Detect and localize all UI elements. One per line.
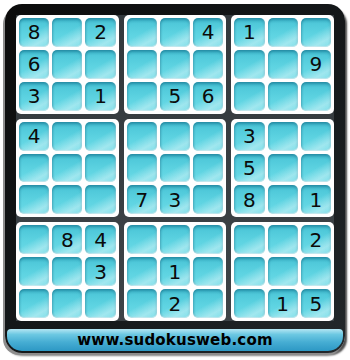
cell-r2c6[interactable] bbox=[193, 50, 223, 79]
box-2-2: 73 bbox=[124, 119, 227, 218]
sudoku-board-frame: 8263145619473358184312215 www.sudokusweb… bbox=[5, 4, 345, 353]
cell-r7c3[interactable]: 4 bbox=[85, 225, 115, 254]
box-1-3: 19 bbox=[231, 15, 334, 114]
cell-r5c4[interactable] bbox=[127, 154, 157, 183]
cell-r7c4[interactable] bbox=[127, 225, 157, 254]
cell-r4c8[interactable] bbox=[268, 122, 298, 151]
box-1-1: 82631 bbox=[16, 15, 119, 114]
box-1-2: 456 bbox=[124, 15, 227, 114]
cell-r7c7[interactable] bbox=[234, 225, 264, 254]
cell-r4c9[interactable] bbox=[301, 122, 331, 151]
cell-r6c5[interactable]: 3 bbox=[160, 185, 190, 214]
cell-r7c1[interactable] bbox=[19, 225, 49, 254]
website-url: www.sudokusweb.com bbox=[77, 331, 272, 349]
cell-r3c6[interactable]: 6 bbox=[193, 82, 223, 111]
cell-r9c8[interactable]: 1 bbox=[268, 289, 298, 318]
cell-r2c9[interactable]: 9 bbox=[301, 50, 331, 79]
cell-r5c9[interactable] bbox=[301, 154, 331, 183]
cell-r1c5[interactable] bbox=[160, 18, 190, 47]
cell-r4c1[interactable]: 4 bbox=[19, 122, 49, 151]
cell-r9c5[interactable]: 2 bbox=[160, 289, 190, 318]
cell-r2c8[interactable] bbox=[268, 50, 298, 79]
cell-r2c5[interactable] bbox=[160, 50, 190, 79]
cell-r4c7[interactable]: 3 bbox=[234, 122, 264, 151]
cell-r1c2[interactable] bbox=[52, 18, 82, 47]
box-2-3: 3581 bbox=[231, 119, 334, 218]
cell-r3c7[interactable] bbox=[234, 82, 264, 111]
cell-r3c3[interactable]: 1 bbox=[85, 82, 115, 111]
cell-r5c6[interactable] bbox=[193, 154, 223, 183]
footer-bar: www.sudokusweb.com bbox=[7, 329, 343, 351]
cell-r5c1[interactable] bbox=[19, 154, 49, 183]
cell-r9c1[interactable] bbox=[19, 289, 49, 318]
cell-r2c2[interactable] bbox=[52, 50, 82, 79]
cell-r7c8[interactable] bbox=[268, 225, 298, 254]
sudoku-page: 8263145619473358184312215 www.sudokusweb… bbox=[0, 0, 350, 360]
box-2-1: 4 bbox=[16, 119, 119, 218]
cell-r7c6[interactable] bbox=[193, 225, 223, 254]
cell-r7c5[interactable] bbox=[160, 225, 190, 254]
cell-r4c2[interactable] bbox=[52, 122, 82, 151]
sudoku-board: 8263145619473358184312215 bbox=[16, 15, 334, 321]
cell-r9c9[interactable]: 5 bbox=[301, 289, 331, 318]
cell-r2c7[interactable] bbox=[234, 50, 264, 79]
cell-r5c8[interactable] bbox=[268, 154, 298, 183]
cell-r5c5[interactable] bbox=[160, 154, 190, 183]
cell-r9c6[interactable] bbox=[193, 289, 223, 318]
cell-r1c4[interactable] bbox=[127, 18, 157, 47]
cell-r3c2[interactable] bbox=[52, 82, 82, 111]
cell-r5c2[interactable] bbox=[52, 154, 82, 183]
cell-r3c5[interactable]: 5 bbox=[160, 82, 190, 111]
cell-r1c9[interactable] bbox=[301, 18, 331, 47]
cell-r5c7[interactable]: 5 bbox=[234, 154, 264, 183]
box-3-3: 215 bbox=[231, 222, 334, 321]
cell-r3c4[interactable] bbox=[127, 82, 157, 111]
cell-r1c6[interactable]: 4 bbox=[193, 18, 223, 47]
box-3-1: 843 bbox=[16, 222, 119, 321]
cell-r4c3[interactable] bbox=[85, 122, 115, 151]
cell-r1c3[interactable]: 2 bbox=[85, 18, 115, 47]
cell-r7c9[interactable]: 2 bbox=[301, 225, 331, 254]
cell-r3c1[interactable]: 3 bbox=[19, 82, 49, 111]
cell-r7c2[interactable]: 8 bbox=[52, 225, 82, 254]
cell-r8c5[interactable]: 1 bbox=[160, 257, 190, 286]
cell-r1c1[interactable]: 8 bbox=[19, 18, 49, 47]
cell-r6c8[interactable] bbox=[268, 185, 298, 214]
cell-r9c3[interactable] bbox=[85, 289, 115, 318]
cell-r5c3[interactable] bbox=[85, 154, 115, 183]
cell-r2c4[interactable] bbox=[127, 50, 157, 79]
cell-r8c7[interactable] bbox=[234, 257, 264, 286]
cell-r8c8[interactable] bbox=[268, 257, 298, 286]
box-3-2: 12 bbox=[124, 222, 227, 321]
cell-r4c4[interactable] bbox=[127, 122, 157, 151]
cell-r1c8[interactable] bbox=[268, 18, 298, 47]
cell-r8c4[interactable] bbox=[127, 257, 157, 286]
cell-r9c2[interactable] bbox=[52, 289, 82, 318]
cell-r6c2[interactable] bbox=[52, 185, 82, 214]
cell-r2c3[interactable] bbox=[85, 50, 115, 79]
cell-r4c5[interactable] bbox=[160, 122, 190, 151]
cell-r8c3[interactable]: 3 bbox=[85, 257, 115, 286]
cell-r8c9[interactable] bbox=[301, 257, 331, 286]
cell-r1c7[interactable]: 1 bbox=[234, 18, 264, 47]
cell-r9c7[interactable] bbox=[234, 289, 264, 318]
cell-r6c3[interactable] bbox=[85, 185, 115, 214]
cell-r6c6[interactable] bbox=[193, 185, 223, 214]
cell-r3c9[interactable] bbox=[301, 82, 331, 111]
cell-r6c4[interactable]: 7 bbox=[127, 185, 157, 214]
cell-r6c7[interactable]: 8 bbox=[234, 185, 264, 214]
cell-r2c1[interactable]: 6 bbox=[19, 50, 49, 79]
cell-r3c8[interactable] bbox=[268, 82, 298, 111]
cell-r8c2[interactable] bbox=[52, 257, 82, 286]
cell-r6c9[interactable]: 1 bbox=[301, 185, 331, 214]
cell-r9c4[interactable] bbox=[127, 289, 157, 318]
cell-r8c6[interactable] bbox=[193, 257, 223, 286]
cell-r8c1[interactable] bbox=[19, 257, 49, 286]
cell-r6c1[interactable] bbox=[19, 185, 49, 214]
cell-r4c6[interactable] bbox=[193, 122, 223, 151]
